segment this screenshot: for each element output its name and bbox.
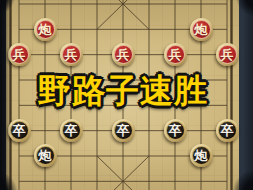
piece-black-soldier[interactable]: 卒 xyxy=(216,119,239,142)
piece-face: 炮 xyxy=(192,20,211,39)
piece-face: 兵 xyxy=(218,45,237,64)
piece-face: 兵 xyxy=(62,45,81,64)
piece-red-soldier[interactable]: 兵 xyxy=(8,43,31,66)
overlay-title: 野路子速胜 xyxy=(38,72,208,110)
piece-red-soldier[interactable]: 兵 xyxy=(216,43,239,66)
piece-black-cannon[interactable]: 炮 xyxy=(34,144,57,167)
piece-character: 卒 xyxy=(221,124,234,137)
piece-character: 兵 xyxy=(169,48,182,61)
piece-black-soldier[interactable]: 卒 xyxy=(8,119,31,142)
piece-face: 卒 xyxy=(10,121,29,140)
piece-red-soldier[interactable]: 兵 xyxy=(60,43,83,66)
piece-red-soldier[interactable]: 兵 xyxy=(112,43,135,66)
piece-character: 兵 xyxy=(221,48,234,61)
piece-character: 卒 xyxy=(13,124,26,137)
piece-black-soldier[interactable]: 卒 xyxy=(60,119,83,142)
piece-face: 兵 xyxy=(114,45,133,64)
piece-face: 卒 xyxy=(62,121,81,140)
piece-face: 卒 xyxy=(166,121,185,140)
piece-face: 卒 xyxy=(114,121,133,140)
piece-black-cannon[interactable]: 炮 xyxy=(190,144,213,167)
piece-red-cannon[interactable]: 炮 xyxy=(34,18,57,41)
piece-character: 炮 xyxy=(39,22,52,35)
piece-black-soldier[interactable]: 卒 xyxy=(112,119,135,142)
video-frame: 炮炮兵兵兵兵兵卒卒卒卒卒炮炮 野路子速胜 xyxy=(0,0,253,190)
piece-character: 卒 xyxy=(65,124,78,137)
piece-red-soldier[interactable]: 兵 xyxy=(164,43,187,66)
piece-face: 兵 xyxy=(166,45,185,64)
piece-face: 兵 xyxy=(10,45,29,64)
piece-character: 炮 xyxy=(195,149,208,162)
piece-face: 炮 xyxy=(192,146,211,165)
piece-character: 炮 xyxy=(39,149,52,162)
piece-red-cannon[interactable]: 炮 xyxy=(190,18,213,41)
piece-character: 炮 xyxy=(195,22,208,35)
piece-character: 兵 xyxy=(13,48,26,61)
piece-character: 兵 xyxy=(117,48,130,61)
piece-character: 卒 xyxy=(117,124,130,137)
piece-character: 兵 xyxy=(65,48,78,61)
piece-black-soldier[interactable]: 卒 xyxy=(164,119,187,142)
piece-face: 炮 xyxy=(36,20,55,39)
piece-character: 卒 xyxy=(169,124,182,137)
piece-face: 卒 xyxy=(218,121,237,140)
piece-face: 炮 xyxy=(36,146,55,165)
